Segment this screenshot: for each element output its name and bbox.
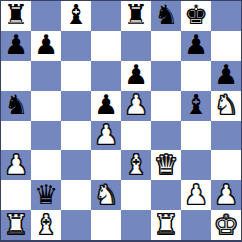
square-f1[interactable]: ♜ — [151, 210, 181, 240]
square-c8[interactable]: ♝ — [61, 1, 91, 31]
square-b4[interactable] — [31, 121, 61, 151]
square-d1[interactable] — [91, 210, 121, 240]
square-f7[interactable] — [151, 31, 181, 61]
square-a4[interactable] — [1, 121, 31, 151]
black-knight: ♞ — [4, 91, 28, 118]
white-knight: ♞ — [214, 91, 238, 118]
square-d5[interactable]: ♟ — [91, 91, 121, 121]
square-c2[interactable] — [61, 180, 91, 210]
square-h1[interactable]: ♚ — [211, 210, 241, 240]
square-d2[interactable]: ♞ — [91, 180, 121, 210]
square-e3[interactable]: ♝ — [121, 150, 151, 180]
square-g7[interactable]: ♟ — [181, 31, 211, 61]
square-h2[interactable]: ♟ — [211, 180, 241, 210]
square-d3[interactable] — [91, 150, 121, 180]
square-a8[interactable]: ♜ — [1, 1, 31, 31]
square-a1[interactable]: ♜ — [1, 210, 31, 240]
square-h8[interactable] — [211, 1, 241, 31]
square-g1[interactable] — [181, 210, 211, 240]
square-b6[interactable] — [31, 61, 61, 91]
square-a7[interactable]: ♟ — [1, 31, 31, 61]
square-a5[interactable]: ♞ — [1, 91, 31, 121]
black-rook: ♜ — [124, 1, 148, 28]
square-b1[interactable]: ♝ — [31, 210, 61, 240]
black-bishop: ♝ — [64, 1, 88, 28]
square-f4[interactable] — [151, 121, 181, 151]
black-knight: ♞ — [154, 1, 178, 28]
square-d4[interactable]: ♟ — [91, 121, 121, 151]
square-d8[interactable] — [91, 1, 121, 31]
square-f2[interactable] — [151, 180, 181, 210]
square-c7[interactable] — [61, 31, 91, 61]
square-h6[interactable]: ♟ — [211, 61, 241, 91]
square-c1[interactable] — [61, 210, 91, 240]
white-rook: ♜ — [154, 211, 178, 238]
square-c5[interactable] — [61, 91, 91, 121]
square-h5[interactable]: ♞ — [211, 91, 241, 121]
square-h7[interactable] — [211, 31, 241, 61]
black-pawn: ♟ — [34, 31, 58, 58]
square-c4[interactable] — [61, 121, 91, 151]
square-e4[interactable] — [121, 121, 151, 151]
square-d6[interactable] — [91, 61, 121, 91]
white-knight: ♞ — [94, 181, 118, 208]
white-rook: ♜ — [4, 211, 28, 238]
white-bishop: ♝ — [34, 211, 58, 238]
square-g3[interactable] — [181, 150, 211, 180]
square-g8[interactable]: ♚ — [181, 1, 211, 31]
white-pawn: ♟ — [184, 181, 208, 208]
square-e8[interactable]: ♜ — [121, 1, 151, 31]
square-h4[interactable] — [211, 121, 241, 151]
square-e5[interactable]: ♟ — [121, 91, 151, 121]
white-pawn: ♟ — [94, 121, 118, 148]
white-king: ♚ — [214, 211, 238, 238]
square-a3[interactable]: ♟ — [1, 150, 31, 180]
black-pawn: ♟ — [124, 61, 148, 88]
square-c3[interactable] — [61, 150, 91, 180]
square-f3[interactable]: ♛ — [151, 150, 181, 180]
black-pawn: ♟ — [4, 31, 28, 58]
square-b2[interactable]: ♛ — [31, 180, 61, 210]
square-g6[interactable] — [181, 61, 211, 91]
square-b8[interactable] — [31, 1, 61, 31]
square-a2[interactable] — [1, 180, 31, 210]
white-pawn: ♟ — [4, 151, 28, 178]
square-b3[interactable] — [31, 150, 61, 180]
white-pawn: ♟ — [124, 91, 148, 118]
square-b7[interactable]: ♟ — [31, 31, 61, 61]
square-d7[interactable] — [91, 31, 121, 61]
black-rook: ♜ — [4, 1, 28, 28]
black-bishop: ♝ — [184, 91, 208, 118]
black-pawn: ♟ — [94, 91, 118, 118]
white-pawn: ♟ — [214, 181, 238, 208]
white-queen: ♛ — [154, 151, 178, 178]
square-c6[interactable] — [61, 61, 91, 91]
chess-board: ♜♝♜♞♚♟♟♟♟♟♞♟♟♝♞♟♟♝♛♛♞♟♟♜♝♜♚ — [0, 0, 242, 242]
square-e2[interactable] — [121, 180, 151, 210]
square-e1[interactable] — [121, 210, 151, 240]
square-h3[interactable] — [211, 150, 241, 180]
square-g5[interactable]: ♝ — [181, 91, 211, 121]
square-e7[interactable] — [121, 31, 151, 61]
square-f8[interactable]: ♞ — [151, 1, 181, 31]
square-g2[interactable]: ♟ — [181, 180, 211, 210]
black-queen: ♛ — [34, 181, 58, 208]
square-b5[interactable] — [31, 91, 61, 121]
square-a6[interactable] — [1, 61, 31, 91]
black-pawn: ♟ — [214, 61, 238, 88]
square-e6[interactable]: ♟ — [121, 61, 151, 91]
square-g4[interactable] — [181, 121, 211, 151]
square-f6[interactable] — [151, 61, 181, 91]
black-pawn: ♟ — [184, 31, 208, 58]
square-f5[interactable] — [151, 91, 181, 121]
black-king: ♚ — [184, 1, 208, 28]
white-bishop: ♝ — [124, 151, 148, 178]
